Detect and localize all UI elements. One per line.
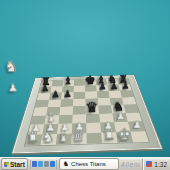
- start-label: Start: [10, 161, 25, 168]
- piece-white-king[interactable]: ♚: [117, 127, 132, 144]
- piece-black-bishop[interactable]: ♝: [63, 76, 73, 87]
- piece-black-pawn[interactable]: ♟: [98, 82, 106, 91]
- windows-flag-icon: [4, 162, 9, 167]
- quick-launch: [30, 160, 57, 169]
- tray-icon[interactable]: [146, 161, 152, 167]
- captured-white-pawn-piece: ♟: [8, 82, 18, 93]
- desktop: ♜♝♚♝♞♜♟♟♟♟♟♟♛♞♝♟♟♟♟♟♟♟♜♞♝♛♜♚ ♞ ♟ Start ♞…: [0, 0, 170, 170]
- taskbar-clock[interactable]: 1:32: [154, 161, 167, 168]
- piece-white-rook[interactable]: ♜: [26, 131, 39, 146]
- piece-white-pawn[interactable]: ♟: [132, 119, 142, 130]
- piece-white-rook[interactable]: ♜: [103, 128, 116, 143]
- piece-black-pawn[interactable]: ♟: [63, 89, 71, 98]
- piece-white-queen[interactable]: ♛: [71, 128, 86, 145]
- piece-black-pawn[interactable]: ♟: [51, 90, 59, 99]
- quick-launch-icon-3[interactable]: [44, 161, 49, 167]
- piece-black-pawn[interactable]: ♟: [121, 81, 129, 90]
- quick-launch-icon-1[interactable]: [32, 161, 37, 167]
- square-a1[interactable]: ♜: [25, 134, 43, 146]
- chess-titans-icon: ♞: [63, 161, 69, 168]
- quick-launch-icon-4[interactable]: [50, 161, 55, 167]
- taskbar: Start ♞ Chess Titans Alienware 1:32: [0, 157, 170, 170]
- taskbar-watermark: Alienware: [121, 161, 141, 168]
- piece-black-queen[interactable]: ♛: [86, 100, 99, 114]
- square-f1[interactable]: ♜: [101, 132, 118, 143]
- start-button[interactable]: Start: [1, 158, 28, 170]
- square-d1[interactable]: ♛: [71, 133, 86, 144]
- square-g1[interactable]: ♚: [116, 132, 133, 143]
- quick-launch-icon-2[interactable]: [38, 161, 43, 167]
- captured-white-knight-piece: ♞: [4, 59, 18, 74]
- square-b1[interactable]: ♞: [40, 134, 57, 146]
- square-e3[interactable]: [86, 114, 100, 123]
- square-e2[interactable]: [86, 123, 101, 133]
- piece-black-pawn[interactable]: ♟: [41, 84, 49, 93]
- task-label: Chess Titans: [71, 161, 106, 167]
- piece-white-knight[interactable]: ♞: [42, 130, 55, 145]
- chess-board[interactable]: ♜♝♚♝♞♜♟♟♟♟♟♟♛♞♝♟♟♟♟♟♟♟♜♞♝♛♜♚: [12, 75, 162, 153]
- piece-black-pawn[interactable]: ♟: [110, 82, 118, 91]
- board-scene: ♜♝♚♝♞♜♟♟♟♟♟♟♛♞♝♟♟♟♟♟♟♟♜♞♝♛♜♚ ♞ ♟: [0, 0, 170, 170]
- taskbar-item-chess-titans[interactable]: ♞ Chess Titans: [59, 158, 119, 170]
- piece-white-bishop[interactable]: ♝: [57, 130, 70, 145]
- board-squares[interactable]: ♜♝♚♝♞♜♟♟♟♟♟♟♛♞♝♟♟♟♟♟♟♟♜♞♝♛♜♚: [25, 78, 149, 145]
- system-tray: 1:32: [142, 159, 169, 170]
- square-h1[interactable]: [130, 131, 148, 142]
- board-frame: ♜♝♚♝♞♜♟♟♟♟♟♟♛♞♝♟♟♟♟♟♟♟♜♞♝♛♜♚: [12, 75, 162, 153]
- square-e1[interactable]: [87, 132, 103, 143]
- piece-white-pawn[interactable]: ♟: [116, 111, 126, 122]
- square-d4[interactable]: [73, 106, 86, 115]
- square-c1[interactable]: ♝: [56, 133, 72, 144]
